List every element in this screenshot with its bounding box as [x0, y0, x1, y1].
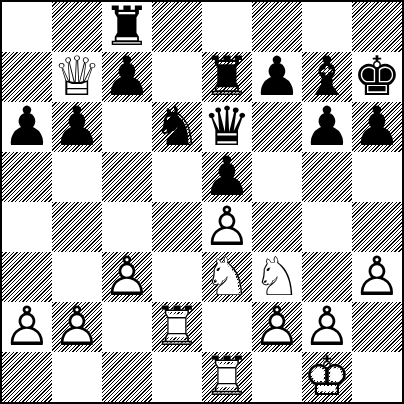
piece-black-pawn[interactable]: ♟	[303, 100, 351, 154]
piece-white-rook[interactable]: ♜♖	[153, 300, 201, 354]
piece-black-pawn[interactable]: ♟	[53, 100, 101, 154]
square-a4[interactable]	[2, 202, 52, 252]
piece-white-king[interactable]: ♚♔	[303, 350, 351, 404]
piece-glyph: ♙	[253, 295, 301, 358]
piece-glyph: ♟	[253, 45, 301, 108]
square-h3[interactable]: ♟♙	[352, 252, 402, 302]
square-d4[interactable]	[152, 202, 202, 252]
square-h2[interactable]	[352, 302, 402, 352]
piece-white-knight[interactable]: ♞♘	[203, 250, 251, 304]
square-c2[interactable]	[102, 302, 152, 352]
square-f7[interactable]: ♟	[252, 52, 302, 102]
piece-white-pawn[interactable]: ♟♙	[3, 300, 51, 354]
square-f5[interactable]	[252, 152, 302, 202]
square-c3[interactable]: ♟♙	[102, 252, 152, 302]
square-e1[interactable]: ♜♖	[202, 352, 252, 402]
square-a5[interactable]	[2, 152, 52, 202]
square-d1[interactable]	[152, 352, 202, 402]
piece-white-pawn[interactable]: ♟♙	[53, 300, 101, 354]
piece-glyph: ♟	[353, 95, 401, 158]
piece-glyph: ♟	[103, 45, 151, 108]
piece-glyph: ♙	[53, 295, 101, 358]
square-f6[interactable]	[252, 102, 302, 152]
square-g5[interactable]	[302, 152, 352, 202]
square-h6[interactable]: ♟	[352, 102, 402, 152]
piece-white-pawn[interactable]: ♟♙	[103, 250, 151, 304]
piece-glyph: ♙	[353, 245, 401, 308]
square-c1[interactable]	[102, 352, 152, 402]
square-d5[interactable]	[152, 152, 202, 202]
square-b5[interactable]	[52, 152, 102, 202]
square-c7[interactable]: ♟	[102, 52, 152, 102]
square-c5[interactable]	[102, 152, 152, 202]
square-f2[interactable]: ♟♙	[252, 302, 302, 352]
piece-glyph: ♟	[53, 95, 101, 158]
piece-glyph: ♟	[303, 95, 351, 158]
square-d8[interactable]	[152, 2, 202, 52]
piece-black-pawn[interactable]: ♟	[353, 100, 401, 154]
piece-glyph: ♟	[3, 95, 51, 158]
piece-glyph: ♙	[103, 245, 151, 308]
square-a1[interactable]	[2, 352, 52, 402]
square-f1[interactable]	[252, 352, 302, 402]
piece-black-pawn[interactable]: ♟	[3, 100, 51, 154]
piece-black-pawn[interactable]: ♟	[253, 50, 301, 104]
piece-glyph: ♙	[3, 295, 51, 358]
square-e3[interactable]: ♞♘	[202, 252, 252, 302]
piece-black-knight[interactable]: ♞	[153, 100, 201, 154]
square-b1[interactable]	[52, 352, 102, 402]
square-g6[interactable]: ♟	[302, 102, 352, 152]
square-c6[interactable]	[102, 102, 152, 152]
piece-glyph: ♞	[153, 95, 201, 158]
piece-white-rook[interactable]: ♜♖	[203, 350, 251, 404]
piece-black-pawn[interactable]: ♟	[103, 50, 151, 104]
chess-board: ♜♛♕♟♜♟♝♚♟♟♞♛♟♟♟♟♙♟♙♞♘♞♘♟♙♟♙♟♙♜♖♟♙♟♙♜♖♚♔	[0, 0, 404, 404]
square-h1[interactable]	[352, 352, 402, 402]
piece-glyph: ♔	[303, 345, 351, 404]
square-d6[interactable]: ♞	[152, 102, 202, 152]
square-g4[interactable]	[302, 202, 352, 252]
piece-white-pawn[interactable]: ♟♙	[353, 250, 401, 304]
square-a2[interactable]: ♟♙	[2, 302, 52, 352]
square-g1[interactable]: ♚♔	[302, 352, 352, 402]
square-a6[interactable]: ♟	[2, 102, 52, 152]
square-h5[interactable]	[352, 152, 402, 202]
square-b4[interactable]	[52, 202, 102, 252]
square-a8[interactable]	[2, 2, 52, 52]
piece-white-pawn[interactable]: ♟♙	[253, 300, 301, 354]
piece-glyph: ♘	[203, 245, 251, 308]
square-d2[interactable]: ♜♖	[152, 302, 202, 352]
piece-glyph: ♖	[203, 345, 251, 404]
square-b2[interactable]: ♟♙	[52, 302, 102, 352]
square-b6[interactable]: ♟	[52, 102, 102, 152]
piece-glyph: ♖	[153, 295, 201, 358]
